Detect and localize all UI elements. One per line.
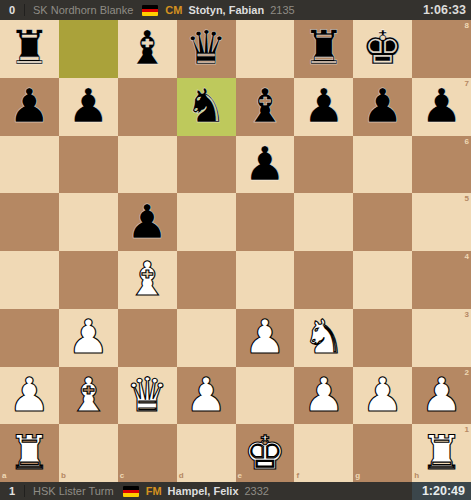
square-h6[interactable]: 6 bbox=[412, 136, 471, 194]
top-score: 0 bbox=[0, 4, 25, 16]
square-e7[interactable]: ♝ bbox=[236, 78, 295, 136]
top-player-title: CM bbox=[165, 4, 182, 16]
black-bishop[interactable]: ♝ bbox=[126, 24, 168, 71]
square-c3[interactable] bbox=[118, 309, 177, 367]
square-c4[interactable]: ♝ bbox=[118, 251, 177, 309]
square-c8[interactable]: ♝ bbox=[118, 20, 177, 78]
coordinate-file-e: e bbox=[238, 472, 242, 480]
black-pawn[interactable]: ♟ bbox=[67, 82, 109, 129]
square-h3[interactable]: 3 bbox=[412, 309, 471, 367]
top-player-bar: 0 SK Nordhorn Blanke CM Stotyn, Fabian 2… bbox=[0, 0, 471, 20]
coordinate-file-h: h bbox=[414, 472, 419, 480]
square-d7[interactable]: ♞ bbox=[177, 78, 236, 136]
black-pawn[interactable]: ♟ bbox=[126, 198, 168, 245]
square-g4[interactable] bbox=[353, 251, 412, 309]
square-h5[interactable]: 5 bbox=[412, 193, 471, 251]
square-g7[interactable]: ♟ bbox=[353, 78, 412, 136]
white-pawn[interactable]: ♟ bbox=[244, 313, 286, 360]
black-rook[interactable]: ♜ bbox=[8, 24, 50, 71]
black-pawn[interactable]: ♟ bbox=[420, 82, 462, 129]
square-b6[interactable] bbox=[59, 136, 118, 194]
square-b2[interactable]: ♝ bbox=[59, 367, 118, 425]
white-pawn[interactable]: ♟ bbox=[420, 371, 462, 418]
square-b5[interactable] bbox=[59, 193, 118, 251]
coordinate-file-c: c bbox=[120, 472, 124, 480]
white-pawn[interactable]: ♟ bbox=[8, 371, 50, 418]
bottom-player-bar: 1 HSK Lister Turm FM Hampel, Felix 2332 … bbox=[0, 482, 471, 500]
bottom-team-name: HSK Lister Turm bbox=[33, 485, 114, 497]
square-a1[interactable]: ♜a bbox=[0, 424, 59, 482]
square-c5[interactable]: ♟ bbox=[118, 193, 177, 251]
white-pawn[interactable]: ♟ bbox=[362, 371, 404, 418]
black-knight[interactable]: ♞ bbox=[185, 82, 227, 129]
square-d2[interactable]: ♟ bbox=[177, 367, 236, 425]
square-f4[interactable] bbox=[294, 251, 353, 309]
square-a7[interactable]: ♟ bbox=[0, 78, 59, 136]
black-pawn[interactable]: ♟ bbox=[362, 82, 404, 129]
coordinate-rank-6: 6 bbox=[465, 138, 469, 146]
top-team-name: SK Nordhorn Blanke bbox=[33, 4, 133, 16]
square-f1[interactable]: f bbox=[294, 424, 353, 482]
black-pawn[interactable]: ♟ bbox=[244, 140, 286, 187]
white-rook[interactable]: ♜ bbox=[420, 429, 462, 476]
square-e2[interactable] bbox=[236, 367, 295, 425]
white-knight[interactable]: ♞ bbox=[303, 313, 345, 360]
black-pawn[interactable]: ♟ bbox=[303, 82, 345, 129]
square-d6[interactable] bbox=[177, 136, 236, 194]
chess-broadcast-window: 0 SK Nordhorn Blanke CM Stotyn, Fabian 2… bbox=[0, 0, 471, 500]
square-e1[interactable]: ♚e bbox=[236, 424, 295, 482]
square-e3[interactable]: ♟ bbox=[236, 309, 295, 367]
square-h2[interactable]: ♟2 bbox=[412, 367, 471, 425]
coordinate-rank-1: 1 bbox=[465, 426, 469, 434]
white-queen[interactable]: ♛ bbox=[126, 371, 168, 418]
square-b3[interactable]: ♟ bbox=[59, 309, 118, 367]
coordinate-rank-8: 8 bbox=[465, 22, 469, 30]
square-e4[interactable] bbox=[236, 251, 295, 309]
square-a6[interactable] bbox=[0, 136, 59, 194]
square-g6[interactable] bbox=[353, 136, 412, 194]
square-e6[interactable]: ♟ bbox=[236, 136, 295, 194]
coordinate-rank-2: 2 bbox=[465, 369, 469, 377]
coordinate-rank-5: 5 bbox=[465, 195, 469, 203]
square-f2[interactable]: ♟ bbox=[294, 367, 353, 425]
coordinate-file-b: b bbox=[61, 472, 66, 480]
square-f7[interactable]: ♟ bbox=[294, 78, 353, 136]
square-a5[interactable] bbox=[0, 193, 59, 251]
square-h4[interactable]: 4 bbox=[412, 251, 471, 309]
square-b1[interactable]: b bbox=[59, 424, 118, 482]
white-bishop[interactable]: ♝ bbox=[126, 255, 168, 302]
square-d5[interactable] bbox=[177, 193, 236, 251]
chess-board[interactable]: ♜♝♛♜♚8♟♟♞♝♟♟♟7♟6♟5♝4♟♟♞3♟♝♛♟♟♟♟2♜abcd♚ef… bbox=[0, 20, 471, 482]
black-bishop[interactable]: ♝ bbox=[244, 82, 286, 129]
white-bishop[interactable]: ♝ bbox=[67, 371, 109, 418]
square-d4[interactable] bbox=[177, 251, 236, 309]
square-g5[interactable] bbox=[353, 193, 412, 251]
square-e5[interactable] bbox=[236, 193, 295, 251]
square-g1[interactable]: g bbox=[353, 424, 412, 482]
square-g8[interactable]: ♚ bbox=[353, 20, 412, 78]
square-d8[interactable]: ♛ bbox=[177, 20, 236, 78]
square-f8[interactable]: ♜ bbox=[294, 20, 353, 78]
black-pawn[interactable]: ♟ bbox=[8, 82, 50, 129]
coordinate-file-d: d bbox=[179, 472, 184, 480]
bottom-score: 1 bbox=[0, 485, 25, 497]
coordinate-rank-3: 3 bbox=[465, 311, 469, 319]
top-clock: 1:06:33 bbox=[415, 0, 471, 20]
square-a8[interactable]: ♜ bbox=[0, 20, 59, 78]
bottom-player-title: FM bbox=[146, 485, 162, 497]
white-rook[interactable]: ♜ bbox=[8, 429, 50, 476]
germany-flag-icon bbox=[142, 5, 158, 16]
germany-flag-icon bbox=[123, 486, 139, 497]
bottom-player-rating: 2332 bbox=[245, 485, 269, 497]
square-g3[interactable] bbox=[353, 309, 412, 367]
square-a2[interactable]: ♟ bbox=[0, 367, 59, 425]
white-pawn[interactable]: ♟ bbox=[185, 371, 227, 418]
square-b8[interactable] bbox=[59, 20, 118, 78]
square-a3[interactable] bbox=[0, 309, 59, 367]
square-b7[interactable]: ♟ bbox=[59, 78, 118, 136]
square-g2[interactable]: ♟ bbox=[353, 367, 412, 425]
square-b4[interactable] bbox=[59, 251, 118, 309]
square-h1[interactable]: ♜1h bbox=[412, 424, 471, 482]
square-f3[interactable]: ♞ bbox=[294, 309, 353, 367]
square-f5[interactable] bbox=[294, 193, 353, 251]
square-f6[interactable] bbox=[294, 136, 353, 194]
white-pawn[interactable]: ♟ bbox=[303, 371, 345, 418]
square-c1[interactable]: c bbox=[118, 424, 177, 482]
square-d3[interactable] bbox=[177, 309, 236, 367]
square-c6[interactable] bbox=[118, 136, 177, 194]
square-h7[interactable]: ♟7 bbox=[412, 78, 471, 136]
square-c7[interactable] bbox=[118, 78, 177, 136]
bottom-clock: 1:20:49 bbox=[412, 482, 471, 500]
square-h8[interactable]: 8 bbox=[412, 20, 471, 78]
bottom-player-name: Hampel, Felix bbox=[168, 485, 239, 497]
coordinate-rank-4: 4 bbox=[465, 253, 469, 261]
coordinate-file-a: a bbox=[2, 472, 6, 480]
coordinate-file-f: f bbox=[296, 472, 299, 480]
black-rook[interactable]: ♜ bbox=[303, 24, 345, 71]
black-queen[interactable]: ♛ bbox=[185, 24, 227, 71]
top-player-name: Stotyn, Fabian bbox=[188, 4, 264, 16]
coordinate-file-g: g bbox=[355, 472, 360, 480]
white-pawn[interactable]: ♟ bbox=[67, 313, 109, 360]
square-e8[interactable] bbox=[236, 20, 295, 78]
black-king[interactable]: ♚ bbox=[362, 24, 404, 71]
top-player-rating: 2135 bbox=[270, 4, 294, 16]
square-c2[interactable]: ♛ bbox=[118, 367, 177, 425]
square-a4[interactable] bbox=[0, 251, 59, 309]
white-king[interactable]: ♚ bbox=[244, 429, 286, 476]
square-d1[interactable]: d bbox=[177, 424, 236, 482]
coordinate-rank-7: 7 bbox=[465, 80, 469, 88]
